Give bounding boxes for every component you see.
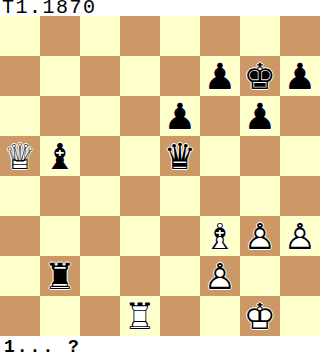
square-d5[interactable] (120, 136, 160, 176)
piece-glyph: ♟ (160, 96, 200, 136)
square-d4[interactable] (120, 176, 160, 216)
piece-glyph: ♝ (40, 136, 80, 176)
square-h3[interactable]: ♟♙ (280, 216, 320, 256)
square-c6[interactable] (80, 96, 120, 136)
square-b8[interactable] (40, 16, 80, 56)
chess-board: ♟♟♚♚♟♟♟♟♟♟♛♕♝♝♛♛♝♗♟♙♟♙♜♜♟♙♜♖♚♔ (0, 16, 320, 336)
square-a3[interactable] (0, 216, 40, 256)
square-e1[interactable] (160, 296, 200, 336)
square-g2[interactable] (240, 256, 280, 296)
square-d2[interactable] (120, 256, 160, 296)
piece-glyph: ♟ (200, 56, 240, 96)
square-b4[interactable] (40, 176, 80, 216)
piece-black-rook[interactable]: ♜♜ (40, 256, 80, 296)
square-a1[interactable] (0, 296, 40, 336)
square-g4[interactable] (240, 176, 280, 216)
piece-glyph: ♟ (240, 96, 280, 136)
square-h4[interactable] (280, 176, 320, 216)
square-d6[interactable] (120, 96, 160, 136)
square-f3[interactable]: ♝♗ (200, 216, 240, 256)
square-d3[interactable] (120, 216, 160, 256)
square-a6[interactable] (0, 96, 40, 136)
piece-glyph: ♟ (280, 56, 320, 96)
piece-glyph: ♙ (240, 216, 280, 256)
square-f1[interactable] (200, 296, 240, 336)
page-title: T1.1870 (0, 0, 320, 16)
square-g8[interactable] (240, 16, 280, 56)
piece-white-pawn[interactable]: ♟♙ (240, 216, 280, 256)
square-a2[interactable] (0, 256, 40, 296)
piece-black-pawn[interactable]: ♟♟ (200, 56, 240, 96)
square-g1[interactable]: ♚♔ (240, 296, 280, 336)
piece-glyph: ♚ (240, 56, 280, 96)
square-g3[interactable]: ♟♙ (240, 216, 280, 256)
square-a8[interactable] (0, 16, 40, 56)
square-a5[interactable]: ♛♕ (0, 136, 40, 176)
square-a4[interactable] (0, 176, 40, 216)
square-c8[interactable] (80, 16, 120, 56)
piece-glyph: ♔ (240, 296, 280, 336)
piece-white-queen[interactable]: ♛♕ (0, 136, 40, 176)
piece-white-pawn[interactable]: ♟♙ (200, 256, 240, 296)
square-e4[interactable] (160, 176, 200, 216)
piece-glyph: ♙ (200, 256, 240, 296)
piece-black-queen[interactable]: ♛♛ (160, 136, 200, 176)
square-f7[interactable]: ♟♟ (200, 56, 240, 96)
square-d8[interactable] (120, 16, 160, 56)
square-h2[interactable] (280, 256, 320, 296)
piece-glyph: ♕ (0, 136, 40, 176)
square-h5[interactable] (280, 136, 320, 176)
piece-white-rook[interactable]: ♜♖ (120, 296, 160, 336)
chess-puzzle-app: { "game": "chess", "position": { "fen": … (0, 0, 320, 360)
piece-white-king[interactable]: ♚♔ (240, 296, 280, 336)
square-a7[interactable] (0, 56, 40, 96)
piece-black-pawn[interactable]: ♟♟ (240, 96, 280, 136)
square-b3[interactable] (40, 216, 80, 256)
piece-white-bishop[interactable]: ♝♗ (200, 216, 240, 256)
square-b5[interactable]: ♝♝ (40, 136, 80, 176)
piece-black-pawn[interactable]: ♟♟ (280, 56, 320, 96)
square-g6[interactable]: ♟♟ (240, 96, 280, 136)
piece-black-pawn[interactable]: ♟♟ (160, 96, 200, 136)
piece-black-king[interactable]: ♚♚ (240, 56, 280, 96)
piece-glyph: ♜ (40, 256, 80, 296)
square-e5[interactable]: ♛♛ (160, 136, 200, 176)
square-h7[interactable]: ♟♟ (280, 56, 320, 96)
square-c2[interactable] (80, 256, 120, 296)
square-b1[interactable] (40, 296, 80, 336)
square-f6[interactable] (200, 96, 240, 136)
square-g5[interactable] (240, 136, 280, 176)
piece-white-pawn[interactable]: ♟♙ (280, 216, 320, 256)
square-h1[interactable] (280, 296, 320, 336)
square-c3[interactable] (80, 216, 120, 256)
square-e2[interactable] (160, 256, 200, 296)
square-h6[interactable] (280, 96, 320, 136)
square-g7[interactable]: ♚♚ (240, 56, 280, 96)
square-f5[interactable] (200, 136, 240, 176)
square-f2[interactable]: ♟♙ (200, 256, 240, 296)
piece-glyph: ♗ (200, 216, 240, 256)
square-d1[interactable]: ♜♖ (120, 296, 160, 336)
square-c1[interactable] (80, 296, 120, 336)
piece-glyph: ♙ (280, 216, 320, 256)
square-b6[interactable] (40, 96, 80, 136)
square-c5[interactable] (80, 136, 120, 176)
square-c4[interactable] (80, 176, 120, 216)
square-e3[interactable] (160, 216, 200, 256)
piece-glyph: ♖ (120, 296, 160, 336)
piece-glyph: ♛ (160, 136, 200, 176)
square-e6[interactable]: ♟♟ (160, 96, 200, 136)
move-prompt: 1... ? (0, 336, 320, 360)
square-e8[interactable] (160, 16, 200, 56)
square-e7[interactable] (160, 56, 200, 96)
square-f8[interactable] (200, 16, 240, 56)
square-h8[interactable] (280, 16, 320, 56)
square-f4[interactable] (200, 176, 240, 216)
piece-black-bishop[interactable]: ♝♝ (40, 136, 80, 176)
square-c7[interactable] (80, 56, 120, 96)
square-d7[interactable] (120, 56, 160, 96)
square-b2[interactable]: ♜♜ (40, 256, 80, 296)
square-b7[interactable] (40, 56, 80, 96)
